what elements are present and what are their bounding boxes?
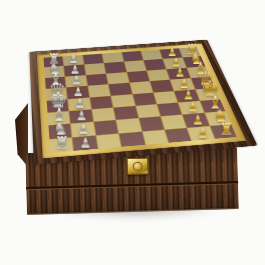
- gold-pawn: ♟: [188, 126, 214, 141]
- chess-set-photo: ♜♞♝♛♚♝♞♜♟♟♟♟♟♟♟♟♟♟♟♟♟♟♟♟♜♞♝♛♚♝♞♜: [0, 0, 265, 265]
- board-plane: ♜♞♝♛♚♝♞♜♟♟♟♟♟♟♟♟♟♟♟♟♟♟♟♟♜♞♝♛♚♝♞♜: [29, 40, 257, 165]
- clasp-emblem-icon: [132, 162, 142, 171]
- silver-rook: ♜: [49, 138, 73, 153]
- piece-layer: ♜♞♝♛♚♝♞♜♟♟♟♟♟♟♟♟♟♟♟♟♟♟♟♟♜♞♝♛♚♝♞♜: [44, 47, 237, 153]
- piece-glyph: ♜: [34, 135, 91, 152]
- piece-glyph: ♟: [175, 127, 230, 140]
- clasp: [126, 158, 148, 176]
- box-lid-seam: [26, 181, 238, 190]
